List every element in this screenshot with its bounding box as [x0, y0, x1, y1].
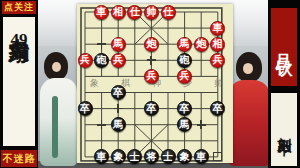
series-title: 名家对局	[3, 21, 35, 29]
red-player-name: 吕钦	[273, 40, 296, 54]
xiangqi-piece-black[interactable]: 車	[194, 149, 209, 164]
xiangqi-piece-red[interactable]: 馬	[111, 37, 126, 52]
left-figure-dress	[40, 78, 77, 166]
xiangqi-piece-red[interactable]: 兵	[177, 69, 192, 84]
xiangqi-piece-red[interactable]: 車	[94, 5, 109, 20]
left-figure-sash	[52, 96, 58, 158]
xiangqi-piece-black[interactable]: 士	[161, 149, 176, 164]
left-panel: 点关注 名家对局 49 不迷路	[0, 0, 38, 168]
xiangqi-piece-red[interactable]: 兵	[78, 53, 93, 68]
thumbnail: 象棋神少帅 車相仕帅仕車馬炮馬炮相兵砲兵砲兵兵兵卒卒卒卒卒馬馬車象士将士象車 点…	[0, 0, 300, 168]
black-player-name: 刘殿中	[275, 125, 293, 134]
xiangqi-piece-black[interactable]: 砲	[94, 53, 109, 68]
black-player-name-box: 刘殿中	[271, 93, 297, 166]
xiangqi-piece-red[interactable]: 炮	[144, 37, 159, 52]
series-title-box: 名家对局 49	[3, 17, 35, 146]
point-marker	[197, 120, 206, 129]
last-move-from-marker	[213, 152, 222, 161]
xiangqi-piece-black[interactable]: 卒	[111, 85, 126, 100]
xiangqi-piece-black[interactable]: 砲	[177, 53, 192, 68]
xiangqi-piece-black[interactable]: 象	[111, 149, 126, 164]
point-marker	[114, 104, 123, 113]
xiangqi-piece-red[interactable]: 車	[210, 21, 225, 36]
red-player-name-box: 吕钦	[271, 8, 297, 86]
point-marker	[97, 120, 106, 129]
river-watermark-char: 象	[90, 77, 99, 90]
right-figure-dress	[228, 80, 270, 166]
xiangqi-piece-black[interactable]: 卒	[78, 101, 93, 116]
slogan-badge[interactable]: 不迷路	[1, 150, 37, 167]
river-watermark-char: 帅	[214, 77, 223, 90]
xiangqi-piece-red[interactable]: 馬	[177, 37, 192, 52]
xiangqi-piece-red[interactable]: 仕	[127, 5, 142, 20]
left-figure-face	[52, 62, 61, 72]
xiangqi-piece-red[interactable]: 兵	[111, 53, 126, 68]
xiangqi-piece-red[interactable]: 仕	[161, 5, 176, 20]
xiangqi-board[interactable]: 象棋神少帅 車相仕帅仕車馬炮馬炮相兵砲兵砲兵兵兵卒卒卒卒卒馬馬車象士将士象車	[77, 4, 233, 163]
right-figure-face	[243, 63, 253, 74]
xiangqi-piece-red[interactable]: 相	[210, 37, 225, 52]
right-panel: 吕钦 刘殿中	[268, 0, 300, 168]
xiangqi-piece-black[interactable]: 卒	[144, 101, 159, 116]
episode-number: 49	[11, 30, 28, 50]
follow-badge[interactable]: 点关注	[2, 1, 36, 14]
xiangqi-piece-red[interactable]: 炮	[194, 37, 209, 52]
xiangqi-piece-black[interactable]: 馬	[111, 117, 126, 132]
xiangqi-piece-red[interactable]: 兵	[210, 53, 225, 68]
xiangqi-piece-red[interactable]: 相	[111, 5, 126, 20]
point-marker	[97, 40, 106, 49]
xiangqi-piece-red[interactable]: 帅	[144, 5, 159, 20]
xiangqi-piece-red[interactable]: 兵	[144, 69, 159, 84]
point-marker	[147, 56, 156, 65]
